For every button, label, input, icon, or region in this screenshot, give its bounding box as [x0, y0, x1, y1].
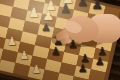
piece-black-pawn-e7[interactable]: ♟ — [59, 2, 71, 15]
piece-black-pawn-e3[interactable]: ♟ — [50, 46, 60, 57]
chess-board: ♟♟♟♟♟♟♟♟♟♟♟♟♟♟♟♟♟♟ — [0, 0, 120, 80]
piece-black-pawn-f4[interactable]: ♟ — [68, 38, 78, 49]
piece-black-pawn-g2[interactable]: ♟ — [77, 63, 87, 74]
piece-black-pawn-f8[interactable]: ♟ — [76, 0, 88, 8]
piece-white-pawn-c6[interactable]: ♟ — [28, 6, 40, 19]
piece-white-pawn-b3[interactable]: ♟ — [7, 36, 17, 47]
board-grid: ♟♟♟♟♟♟♟♟♟♟♟♟♟♟♟♟♟♟ — [0, 0, 120, 80]
piece-black-pawn-g8[interactable]: ♟ — [91, 0, 103, 11]
photo-scene: ♟♟♟♟♟♟♟♟♟♟♟♟♟♟♟♟♟♟ — [0, 0, 120, 80]
piece-white-pawn-d1[interactable]: ♟ — [31, 63, 41, 74]
piece-white-pawn-c2[interactable]: ♟ — [19, 49, 29, 60]
piece-black-pawn-h3[interactable]: ♟ — [94, 56, 104, 67]
piece-black-pawn-d5[interactable]: ♟ — [41, 21, 51, 32]
